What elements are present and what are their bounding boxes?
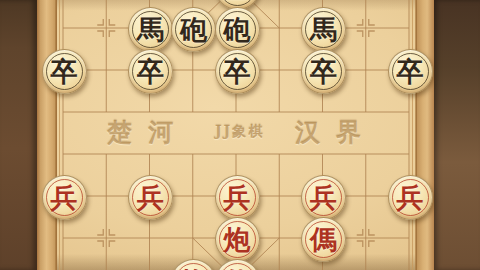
piece-glyph: 卒 bbox=[51, 58, 78, 85]
piece-black-horse[interactable]: 馬 bbox=[128, 7, 173, 52]
piece-red-cannon[interactable]: 炮 bbox=[215, 217, 260, 262]
piece-black-soldier[interactable]: 卒 bbox=[388, 49, 433, 94]
piece-red-horse[interactable]: 傌 bbox=[301, 217, 346, 262]
piece-black-cannon[interactable]: 砲 bbox=[215, 7, 260, 52]
piece-red-soldier[interactable]: 兵 bbox=[42, 175, 87, 220]
piece-black-soldier[interactable]: 卒 bbox=[215, 49, 260, 94]
piece-glyph: 兵 bbox=[397, 184, 424, 211]
piece-red-soldier[interactable]: 兵 bbox=[215, 175, 260, 220]
piece-glyph: 馬 bbox=[310, 16, 337, 43]
xiangqi-app-screenshot: 楚河 JJ象棋 汉界 士馬砲砲馬卒卒卒卒卒兵兵兵兵兵炮傌炮仕 bbox=[0, 0, 480, 270]
piece-red-soldier[interactable]: 兵 bbox=[128, 175, 173, 220]
piece-glyph: 兵 bbox=[137, 184, 164, 211]
piece-glyph: 卒 bbox=[224, 58, 251, 85]
piece-glyph: 炮 bbox=[224, 226, 251, 253]
piece-glyph: 卒 bbox=[310, 58, 337, 85]
piece-red-soldier[interactable]: 兵 bbox=[388, 175, 433, 220]
piece-glyph: 卒 bbox=[137, 58, 164, 85]
piece-glyph: 砲 bbox=[224, 16, 251, 43]
piece-glyph: 砲 bbox=[180, 16, 207, 43]
piece-glyph: 兵 bbox=[224, 184, 251, 211]
piece-black-horse[interactable]: 馬 bbox=[301, 7, 346, 52]
letterbox-right bbox=[433, 0, 480, 270]
piece-glyph: 士 bbox=[224, 0, 251, 1]
piece-glyph: 兵 bbox=[310, 184, 337, 211]
piece-red-soldier[interactable]: 兵 bbox=[301, 175, 346, 220]
piece-black-soldier[interactable]: 卒 bbox=[301, 49, 346, 94]
piece-glyph: 馬 bbox=[137, 16, 164, 43]
xiangqi-board[interactable]: 楚河 JJ象棋 汉界 士馬砲砲馬卒卒卒卒卒兵兵兵兵兵炮傌炮仕 bbox=[37, 0, 433, 270]
piece-glyph: 兵 bbox=[51, 184, 78, 211]
piece-glyph: 傌 bbox=[310, 226, 337, 253]
piece-black-cannon[interactable]: 砲 bbox=[171, 7, 216, 52]
piece-black-soldier[interactable]: 卒 bbox=[128, 49, 173, 94]
letterbox-left bbox=[0, 0, 37, 270]
piece-glyph: 卒 bbox=[397, 58, 424, 85]
piece-black-soldier[interactable]: 卒 bbox=[42, 49, 87, 94]
